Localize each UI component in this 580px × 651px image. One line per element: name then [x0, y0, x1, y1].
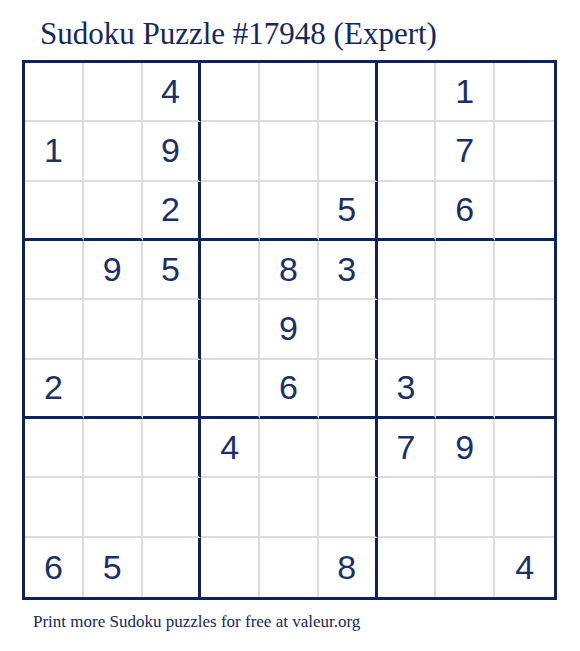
cell-r7c6 — [319, 419, 378, 478]
cell-r3c2 — [84, 182, 143, 241]
cell-r3c8: 6 — [436, 182, 495, 241]
page-title: Sudoku Puzzle #17948 (Expert) — [40, 16, 437, 52]
cell-r6c6 — [319, 360, 378, 419]
cell-r7c1 — [25, 419, 84, 478]
cell-r1c3: 4 — [143, 63, 202, 122]
cell-r5c9 — [495, 300, 554, 359]
cell-r1c7 — [378, 63, 437, 122]
cell-r9c4 — [201, 538, 260, 597]
cell-r9c7 — [378, 538, 437, 597]
cell-r8c4 — [201, 478, 260, 537]
cell-r7c2 — [84, 419, 143, 478]
cell-r3c9 — [495, 182, 554, 241]
cell-r9c8 — [436, 538, 495, 597]
cell-r4c8 — [436, 241, 495, 300]
cell-r3c7 — [378, 182, 437, 241]
cell-r7c9 — [495, 419, 554, 478]
cell-r5c6 — [319, 300, 378, 359]
sudoku-page: Sudoku Puzzle #17948 (Expert) 4119725695… — [0, 0, 580, 651]
cell-r8c5 — [260, 478, 319, 537]
cell-r7c4: 4 — [201, 419, 260, 478]
cell-r5c5: 9 — [260, 300, 319, 359]
cell-r3c6: 5 — [319, 182, 378, 241]
cell-r3c4 — [201, 182, 260, 241]
cell-r1c5 — [260, 63, 319, 122]
cell-r8c9 — [495, 478, 554, 537]
cell-r4c1 — [25, 241, 84, 300]
cell-r1c9 — [495, 63, 554, 122]
cell-r1c1 — [25, 63, 84, 122]
cell-r4c7 — [378, 241, 437, 300]
cell-r8c2 — [84, 478, 143, 537]
cell-r2c5 — [260, 122, 319, 181]
cell-r1c6 — [319, 63, 378, 122]
cell-r8c8 — [436, 478, 495, 537]
cell-r5c2 — [84, 300, 143, 359]
cell-r5c1 — [25, 300, 84, 359]
cell-r7c8: 9 — [436, 419, 495, 478]
cell-r8c7 — [378, 478, 437, 537]
cell-r9c6: 8 — [319, 538, 378, 597]
cell-r5c7 — [378, 300, 437, 359]
cell-r9c3 — [143, 538, 202, 597]
cell-r3c3: 2 — [143, 182, 202, 241]
footer-text: Print more Sudoku puzzles for free at va… — [33, 612, 360, 632]
cell-r8c3 — [143, 478, 202, 537]
cell-r6c5: 6 — [260, 360, 319, 419]
cell-r4c3: 5 — [143, 241, 202, 300]
cell-r4c9 — [495, 241, 554, 300]
cell-r4c4 — [201, 241, 260, 300]
cell-r8c1 — [25, 478, 84, 537]
cell-r2c8: 7 — [436, 122, 495, 181]
cell-r7c5 — [260, 419, 319, 478]
cell-r6c1: 2 — [25, 360, 84, 419]
cell-r9c9: 4 — [495, 538, 554, 597]
cell-r2c4 — [201, 122, 260, 181]
cell-r5c8 — [436, 300, 495, 359]
cell-r4c5: 8 — [260, 241, 319, 300]
cell-r8c6 — [319, 478, 378, 537]
cell-r6c9 — [495, 360, 554, 419]
cell-r2c1: 1 — [25, 122, 84, 181]
cell-r1c2 — [84, 63, 143, 122]
cell-r6c2 — [84, 360, 143, 419]
cell-r1c8: 1 — [436, 63, 495, 122]
cell-r2c3: 9 — [143, 122, 202, 181]
cell-r4c6: 3 — [319, 241, 378, 300]
cell-r9c2: 5 — [84, 538, 143, 597]
cell-r3c5 — [260, 182, 319, 241]
cell-r1c4 — [201, 63, 260, 122]
cell-r6c8 — [436, 360, 495, 419]
cell-r6c3 — [143, 360, 202, 419]
cell-r7c3 — [143, 419, 202, 478]
cell-r2c6 — [319, 122, 378, 181]
cell-r9c1: 6 — [25, 538, 84, 597]
cell-r6c7: 3 — [378, 360, 437, 419]
cell-r4c2: 9 — [84, 241, 143, 300]
cell-r3c1 — [25, 182, 84, 241]
sudoku-grid: 41197256958392634796584 — [22, 60, 557, 600]
cell-r2c9 — [495, 122, 554, 181]
cell-r2c7 — [378, 122, 437, 181]
cell-r2c2 — [84, 122, 143, 181]
cell-r9c5 — [260, 538, 319, 597]
cell-r6c4 — [201, 360, 260, 419]
cell-r7c7: 7 — [378, 419, 437, 478]
cell-r5c4 — [201, 300, 260, 359]
cell-r5c3 — [143, 300, 202, 359]
